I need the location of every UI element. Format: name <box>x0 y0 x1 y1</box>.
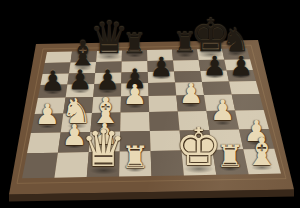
chessboard-scene: ♞♚♜♜♛♝♟♟♟♟♟♟♟♟♟♟♝♞♟♟♟♟♝♜♚♜♛ <box>0 0 300 208</box>
piece-white-bishop-h1[interactable]: ♝ <box>245 133 279 171</box>
square-a2[interactable] <box>27 133 61 154</box>
piece-black-pawn-e6[interactable]: ♟ <box>149 54 173 80</box>
piece-black-rook-f8[interactable]: ♜ <box>173 30 197 57</box>
piece-white-king-f1[interactable]: ♚ <box>175 121 222 173</box>
piece-white-pawn-d4[interactable]: ♟ <box>123 81 148 108</box>
square-e4[interactable] <box>149 96 178 113</box>
square-e5[interactable] <box>148 83 176 97</box>
square-h5[interactable] <box>229 81 259 94</box>
square-a1[interactable] <box>22 153 58 179</box>
piece-white-pawn-f4[interactable]: ♟ <box>179 80 204 107</box>
piece-black-pawn-h6[interactable]: ♟ <box>229 52 253 78</box>
square-h4[interactable] <box>232 94 264 111</box>
piece-black-pawn-g6[interactable]: ♟ <box>203 53 227 79</box>
square-g5[interactable] <box>202 82 232 95</box>
piece-white-queen-c1[interactable]: ♛ <box>81 124 126 175</box>
piece-white-pawn-a3[interactable]: ♟ <box>35 101 60 129</box>
